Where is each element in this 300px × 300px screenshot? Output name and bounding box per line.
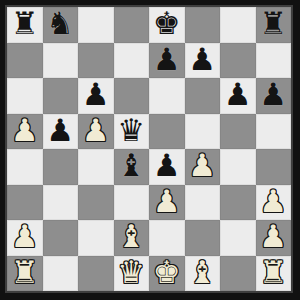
square-c3[interactable] xyxy=(78,185,114,221)
piece-white-pawn-h2[interactable]: ♟︎ xyxy=(259,221,287,252)
piece-white-bishop-f1[interactable]: ♝︎ xyxy=(188,257,216,288)
square-d5[interactable]: ♛︎ xyxy=(114,114,150,150)
square-h8[interactable]: ♜︎ xyxy=(256,7,292,43)
square-b2[interactable] xyxy=(43,220,79,256)
square-c5[interactable]: ♟︎ xyxy=(78,114,114,150)
square-a8[interactable]: ♜︎ xyxy=(7,7,43,43)
piece-white-pawn-c5[interactable]: ♟︎ xyxy=(82,115,110,146)
square-b4[interactable] xyxy=(43,149,79,185)
square-c4[interactable] xyxy=(78,149,114,185)
square-e2[interactable] xyxy=(149,220,185,256)
square-h5[interactable] xyxy=(256,114,292,150)
square-f7[interactable]: ♟︎ xyxy=(185,43,221,79)
piece-white-pawn-a5[interactable]: ♟︎ xyxy=(11,115,39,146)
piece-black-pawn-g6[interactable]: ♟︎ xyxy=(224,79,252,110)
square-a1[interactable]: ♜︎ xyxy=(7,256,43,292)
square-e4[interactable]: ♟︎ xyxy=(149,149,185,185)
piece-white-pawn-a2[interactable]: ♟︎ xyxy=(11,221,39,252)
piece-black-pawn-e4[interactable]: ♟︎ xyxy=(153,150,181,181)
square-d6[interactable] xyxy=(114,78,150,114)
square-a6[interactable] xyxy=(7,78,43,114)
piece-black-rook-a8[interactable]: ♜︎ xyxy=(11,8,39,39)
piece-white-pawn-e3[interactable]: ♟︎ xyxy=(153,186,181,217)
square-g6[interactable]: ♟︎ xyxy=(220,78,256,114)
square-d2[interactable]: ♝︎ xyxy=(114,220,150,256)
piece-white-pawn-h3[interactable]: ♟︎ xyxy=(259,186,287,217)
chess-board: ♜︎♞︎♚︎♜︎♟︎♟︎♟︎♟︎♟︎♟︎♟︎♟︎♛︎♝︎♟︎♟︎♟︎♟︎♟︎♝︎… xyxy=(7,7,291,291)
square-h6[interactable]: ♟︎ xyxy=(256,78,292,114)
square-c2[interactable] xyxy=(78,220,114,256)
square-d4[interactable]: ♝︎ xyxy=(114,149,150,185)
piece-white-rook-h1[interactable]: ♜︎ xyxy=(259,257,287,288)
square-d7[interactable] xyxy=(114,43,150,79)
piece-black-pawn-b5[interactable]: ♟︎ xyxy=(46,115,74,146)
square-b3[interactable] xyxy=(43,185,79,221)
square-c8[interactable] xyxy=(78,7,114,43)
square-e5[interactable] xyxy=(149,114,185,150)
square-c1[interactable] xyxy=(78,256,114,292)
square-h7[interactable] xyxy=(256,43,292,79)
square-e1[interactable]: ♚︎ xyxy=(149,256,185,292)
square-d8[interactable] xyxy=(114,7,150,43)
square-h1[interactable]: ♜︎ xyxy=(256,256,292,292)
square-f3[interactable] xyxy=(185,185,221,221)
square-b8[interactable]: ♞︎ xyxy=(43,7,79,43)
square-h2[interactable]: ♟︎ xyxy=(256,220,292,256)
square-c6[interactable]: ♟︎ xyxy=(78,78,114,114)
piece-black-king-e8[interactable]: ♚︎ xyxy=(153,8,181,39)
piece-white-pawn-f4[interactable]: ♟︎ xyxy=(188,150,216,181)
square-f2[interactable] xyxy=(185,220,221,256)
piece-black-rook-h8[interactable]: ♜︎ xyxy=(259,8,287,39)
square-f1[interactable]: ♝︎ xyxy=(185,256,221,292)
piece-white-queen-d1[interactable]: ♛︎ xyxy=(117,257,145,288)
square-b7[interactable] xyxy=(43,43,79,79)
square-d1[interactable]: ♛︎ xyxy=(114,256,150,292)
square-g5[interactable] xyxy=(220,114,256,150)
square-c7[interactable] xyxy=(78,43,114,79)
square-g8[interactable] xyxy=(220,7,256,43)
piece-black-queen-d5[interactable]: ♛︎ xyxy=(117,115,145,146)
piece-black-pawn-c6[interactable]: ♟︎ xyxy=(82,79,110,110)
square-g3[interactable] xyxy=(220,185,256,221)
square-b5[interactable]: ♟︎ xyxy=(43,114,79,150)
square-a5[interactable]: ♟︎ xyxy=(7,114,43,150)
piece-black-bishop-d4[interactable]: ♝︎ xyxy=(117,150,145,181)
piece-white-rook-a1[interactable]: ♜︎ xyxy=(11,257,39,288)
piece-white-bishop-d2[interactable]: ♝︎ xyxy=(117,221,145,252)
square-h3[interactable]: ♟︎ xyxy=(256,185,292,221)
board-frame: ♜︎♞︎♚︎♜︎♟︎♟︎♟︎♟︎♟︎♟︎♟︎♟︎♛︎♝︎♟︎♟︎♟︎♟︎♟︎♝︎… xyxy=(0,0,300,300)
square-a3[interactable] xyxy=(7,185,43,221)
square-e6[interactable] xyxy=(149,78,185,114)
piece-black-pawn-f7[interactable]: ♟︎ xyxy=(188,44,216,75)
square-a4[interactable] xyxy=(7,149,43,185)
square-b1[interactable] xyxy=(43,256,79,292)
piece-black-pawn-e7[interactable]: ♟︎ xyxy=(153,44,181,75)
square-a7[interactable] xyxy=(7,43,43,79)
square-a2[interactable]: ♟︎ xyxy=(7,220,43,256)
square-f8[interactable] xyxy=(185,7,221,43)
square-g7[interactable] xyxy=(220,43,256,79)
board-inner-frame: ♜︎♞︎♚︎♜︎♟︎♟︎♟︎♟︎♟︎♟︎♟︎♟︎♛︎♝︎♟︎♟︎♟︎♟︎♟︎♝︎… xyxy=(5,5,293,293)
square-f6[interactable] xyxy=(185,78,221,114)
square-d3[interactable] xyxy=(114,185,150,221)
piece-white-king-e1[interactable]: ♚︎ xyxy=(153,257,181,288)
square-g4[interactable] xyxy=(220,149,256,185)
square-e8[interactable]: ♚︎ xyxy=(149,7,185,43)
square-b6[interactable] xyxy=(43,78,79,114)
square-f5[interactable] xyxy=(185,114,221,150)
square-e3[interactable]: ♟︎ xyxy=(149,185,185,221)
piece-black-pawn-h6[interactable]: ♟︎ xyxy=(259,79,287,110)
square-h4[interactable] xyxy=(256,149,292,185)
square-e7[interactable]: ♟︎ xyxy=(149,43,185,79)
square-f4[interactable]: ♟︎ xyxy=(185,149,221,185)
piece-black-knight-b8[interactable]: ♞︎ xyxy=(46,8,74,39)
square-g2[interactable] xyxy=(220,220,256,256)
square-g1[interactable] xyxy=(220,256,256,292)
